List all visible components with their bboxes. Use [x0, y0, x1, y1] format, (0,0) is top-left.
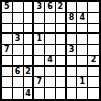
- cell-r4c5[interactable]: [45, 34, 56, 45]
- cell-r5c1[interactable]: 7: [2, 45, 13, 56]
- cell-r1c5[interactable]: 6: [45, 2, 56, 13]
- cell-r6c7[interactable]: [67, 56, 78, 67]
- cell-r7c4[interactable]: [34, 67, 45, 78]
- cell-r2c1[interactable]: [2, 13, 13, 24]
- cell-r9c6[interactable]: [56, 88, 67, 99]
- cell-r4c2[interactable]: 3: [13, 34, 24, 45]
- cell-r3c9[interactable]: [88, 24, 99, 35]
- cell-r4c8[interactable]: [77, 34, 88, 45]
- cell-r8c2[interactable]: [13, 77, 24, 88]
- cell-r6c2[interactable]: [13, 56, 24, 67]
- cell-r4c1[interactable]: [2, 34, 13, 45]
- cell-r4c6[interactable]: [56, 34, 67, 45]
- cell-r7c2[interactable]: 6: [13, 67, 24, 78]
- cell-r6c4[interactable]: [34, 56, 45, 67]
- cell-r1c8[interactable]: [77, 2, 88, 13]
- cell-r3c4[interactable]: [34, 24, 45, 35]
- cell-r1c6[interactable]: 2: [56, 2, 67, 13]
- cell-r3c5[interactable]: [45, 24, 56, 35]
- cell-r3c3[interactable]: [24, 24, 35, 35]
- cell-r8c5[interactable]: [45, 77, 56, 88]
- cell-r1c3[interactable]: [24, 2, 35, 13]
- cell-r2c2[interactable]: [13, 13, 24, 24]
- cell-r7c9[interactable]: [88, 67, 99, 78]
- cell-r7c6[interactable]: [56, 67, 67, 78]
- cell-r8c3[interactable]: [24, 77, 35, 88]
- cell-r6c9[interactable]: 2: [88, 56, 99, 67]
- cell-r8c8[interactable]: 1: [77, 77, 88, 88]
- cell-r9c7[interactable]: [67, 88, 78, 99]
- cell-r6c8[interactable]: [77, 56, 88, 67]
- cell-r4c9[interactable]: [88, 34, 99, 45]
- cell-r2c3[interactable]: [24, 13, 35, 24]
- cell-r2c7[interactable]: 8: [67, 13, 78, 24]
- cell-r7c1[interactable]: [2, 67, 13, 78]
- cell-r7c8[interactable]: [77, 67, 88, 78]
- cell-r8c1[interactable]: [2, 77, 13, 88]
- cell-r9c1[interactable]: [2, 88, 13, 99]
- cell-r9c5[interactable]: [45, 88, 56, 99]
- cell-r5c6[interactable]: [56, 45, 67, 56]
- cell-r5c5[interactable]: [45, 45, 56, 56]
- cell-r5c9[interactable]: [88, 45, 99, 56]
- cell-r5c3[interactable]: [24, 45, 35, 56]
- cell-r5c7[interactable]: 3: [67, 45, 78, 56]
- cell-r9c4[interactable]: [34, 88, 45, 99]
- cell-r1c1[interactable]: 5: [2, 2, 13, 13]
- sudoku-board: 53628431734262714: [0, 0, 101, 101]
- cell-r6c6[interactable]: [56, 56, 67, 67]
- cell-r7c7[interactable]: [67, 67, 78, 78]
- cell-r1c4[interactable]: 3: [34, 2, 45, 13]
- cell-r3c8[interactable]: [77, 24, 88, 35]
- cell-r1c9[interactable]: [88, 2, 99, 13]
- cell-r1c7[interactable]: [67, 2, 78, 13]
- cell-r8c4[interactable]: 7: [34, 77, 45, 88]
- cell-r5c8[interactable]: [77, 45, 88, 56]
- cell-r2c5[interactable]: [45, 13, 56, 24]
- cell-r3c6[interactable]: [56, 24, 67, 35]
- cell-r6c1[interactable]: [2, 56, 13, 67]
- cell-r7c5[interactable]: [45, 67, 56, 78]
- cell-r3c2[interactable]: [13, 24, 24, 35]
- cell-r4c4[interactable]: 1: [34, 34, 45, 45]
- cell-r2c6[interactable]: [56, 13, 67, 24]
- cell-r2c9[interactable]: [88, 13, 99, 24]
- cell-r6c5[interactable]: 4: [45, 56, 56, 67]
- cell-r3c1[interactable]: [2, 24, 13, 35]
- cell-r6c3[interactable]: [24, 56, 35, 67]
- cell-r9c2[interactable]: [13, 88, 24, 99]
- cell-r8c6[interactable]: [56, 77, 67, 88]
- cell-r3c7[interactable]: [67, 24, 78, 35]
- cell-r7c3[interactable]: 2: [24, 67, 35, 78]
- cell-r4c3[interactable]: [24, 34, 35, 45]
- cell-r9c9[interactable]: [88, 88, 99, 99]
- cell-r1c2[interactable]: [13, 2, 24, 13]
- cell-r9c8[interactable]: [77, 88, 88, 99]
- cell-r2c8[interactable]: 4: [77, 13, 88, 24]
- cell-r4c7[interactable]: [67, 34, 78, 45]
- cell-r8c9[interactable]: [88, 77, 99, 88]
- cell-r5c2[interactable]: [13, 45, 24, 56]
- cell-r9c3[interactable]: 4: [24, 88, 35, 99]
- cell-r2c4[interactable]: [34, 13, 45, 24]
- cell-r5c4[interactable]: [34, 45, 45, 56]
- cell-r8c7[interactable]: [67, 77, 78, 88]
